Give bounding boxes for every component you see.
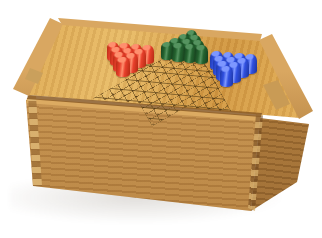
peg-green[interactable] xyxy=(195,45,207,64)
peg-blue[interactable] xyxy=(220,66,234,87)
peg-green[interactable] xyxy=(172,43,184,62)
chinese-checkers-box-photo xyxy=(0,0,322,238)
peg-red[interactable] xyxy=(116,57,129,77)
